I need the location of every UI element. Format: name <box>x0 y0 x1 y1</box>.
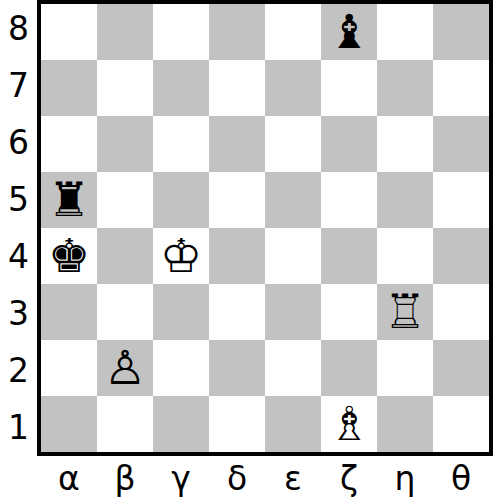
file-label-f: ζ <box>321 456 377 500</box>
white-bishop[interactable]: ♗ <box>321 396 377 452</box>
file-label-h: θ <box>433 456 489 500</box>
square-c6[interactable] <box>153 116 209 172</box>
square-f4[interactable] <box>321 228 377 284</box>
square-a4[interactable]: ♚ <box>41 228 97 284</box>
square-h6[interactable] <box>433 116 489 172</box>
white-pawn[interactable]: ♙ <box>97 340 153 396</box>
square-d2[interactable] <box>209 340 265 396</box>
square-h4[interactable] <box>433 228 489 284</box>
square-h3[interactable] <box>433 284 489 340</box>
square-b5[interactable] <box>97 172 153 228</box>
square-f3[interactable] <box>321 284 377 340</box>
square-d5[interactable] <box>209 172 265 228</box>
square-g3[interactable]: ♖ <box>377 284 433 340</box>
chess-diagram: 87654321 ♝♜♚♔♖♙♗ αβγδεζηθ <box>0 0 499 500</box>
rank-label-2: 2 <box>0 342 37 399</box>
square-h8[interactable] <box>433 4 489 60</box>
square-f5[interactable] <box>321 172 377 228</box>
board-column: ♝♜♚♔♖♙♗ αβγδεζηθ <box>37 0 493 500</box>
square-d3[interactable] <box>209 284 265 340</box>
square-f1[interactable]: ♗ <box>321 396 377 452</box>
square-a1[interactable] <box>41 396 97 452</box>
square-b6[interactable] <box>97 116 153 172</box>
rank-labels: 87654321 <box>0 0 37 456</box>
square-d8[interactable] <box>209 4 265 60</box>
square-e8[interactable] <box>265 4 321 60</box>
file-label-g: η <box>377 456 433 500</box>
square-g5[interactable] <box>377 172 433 228</box>
square-e4[interactable] <box>265 228 321 284</box>
square-g4[interactable] <box>377 228 433 284</box>
square-d4[interactable] <box>209 228 265 284</box>
rank-label-3: 3 <box>0 285 37 342</box>
file-label-a: α <box>41 456 97 500</box>
square-a2[interactable] <box>41 340 97 396</box>
white-rook[interactable]: ♖ <box>377 284 433 340</box>
square-b8[interactable] <box>97 4 153 60</box>
file-label-d: δ <box>209 456 265 500</box>
square-a3[interactable] <box>41 284 97 340</box>
file-labels: αβγδεζηθ <box>41 456 493 500</box>
file-label-c: γ <box>153 456 209 500</box>
file-label-e: ε <box>265 456 321 500</box>
rank-label-7: 7 <box>0 57 37 114</box>
black-king[interactable]: ♚ <box>41 228 97 284</box>
square-h2[interactable] <box>433 340 489 396</box>
square-f7[interactable] <box>321 60 377 116</box>
square-c7[interactable] <box>153 60 209 116</box>
black-bishop[interactable]: ♝ <box>321 4 377 60</box>
black-rook[interactable]: ♜ <box>41 172 97 228</box>
square-c2[interactable] <box>153 340 209 396</box>
square-h7[interactable] <box>433 60 489 116</box>
square-d7[interactable] <box>209 60 265 116</box>
square-e1[interactable] <box>265 396 321 452</box>
square-c1[interactable] <box>153 396 209 452</box>
square-d1[interactable] <box>209 396 265 452</box>
rank-label-6: 6 <box>0 114 37 171</box>
square-c5[interactable] <box>153 172 209 228</box>
chess-board[interactable]: ♝♜♚♔♖♙♗ <box>37 0 493 456</box>
square-e3[interactable] <box>265 284 321 340</box>
square-a5[interactable]: ♜ <box>41 172 97 228</box>
square-b3[interactable] <box>97 284 153 340</box>
rank-label-5: 5 <box>0 171 37 228</box>
white-king[interactable]: ♔ <box>153 228 209 284</box>
square-h1[interactable] <box>433 396 489 452</box>
square-e5[interactable] <box>265 172 321 228</box>
square-g2[interactable] <box>377 340 433 396</box>
file-label-b: β <box>97 456 153 500</box>
square-h5[interactable] <box>433 172 489 228</box>
square-f2[interactable] <box>321 340 377 396</box>
rank-label-4: 4 <box>0 228 37 285</box>
square-a8[interactable] <box>41 4 97 60</box>
square-f8[interactable]: ♝ <box>321 4 377 60</box>
square-e2[interactable] <box>265 340 321 396</box>
square-a6[interactable] <box>41 116 97 172</box>
square-b1[interactable] <box>97 396 153 452</box>
square-g1[interactable] <box>377 396 433 452</box>
square-d6[interactable] <box>209 116 265 172</box>
square-b7[interactable] <box>97 60 153 116</box>
square-e6[interactable] <box>265 116 321 172</box>
square-c8[interactable] <box>153 4 209 60</box>
square-f6[interactable] <box>321 116 377 172</box>
rank-label-1: 1 <box>0 399 37 456</box>
square-g6[interactable] <box>377 116 433 172</box>
square-g7[interactable] <box>377 60 433 116</box>
square-b2[interactable]: ♙ <box>97 340 153 396</box>
square-g8[interactable] <box>377 4 433 60</box>
square-c4[interactable]: ♔ <box>153 228 209 284</box>
square-b4[interactable] <box>97 228 153 284</box>
square-e7[interactable] <box>265 60 321 116</box>
square-a7[interactable] <box>41 60 97 116</box>
square-c3[interactable] <box>153 284 209 340</box>
rank-label-8: 8 <box>0 0 37 57</box>
